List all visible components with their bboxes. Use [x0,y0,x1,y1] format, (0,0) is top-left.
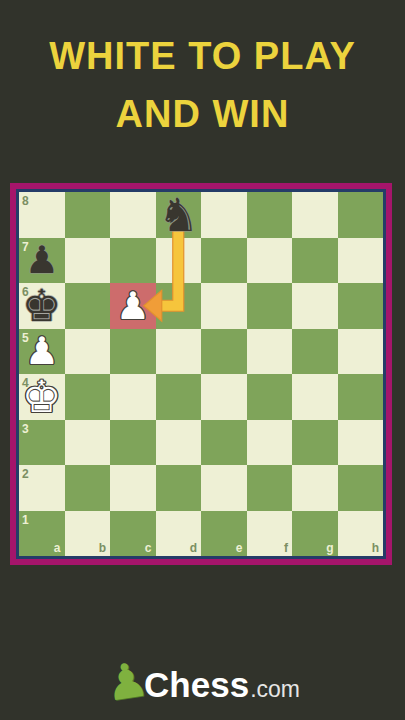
piece-white-king[interactable]: ♚ [22,375,61,419]
square-f8[interactable] [247,192,293,238]
square-e6[interactable] [201,283,247,329]
file-label-c: c [145,542,152,554]
file-label-b: b [99,542,106,554]
square-d6[interactable] [156,283,202,329]
piece-black-king[interactable]: ♚ [22,284,61,328]
piece-black-knight[interactable]: ♞ [158,192,199,238]
chess-board-frame: 8♞7♟6♚♟5♟4♚321abcdefgh [10,183,392,565]
brand-suffix: .com [250,678,300,702]
square-a7[interactable]: 7♟ [19,238,65,284]
square-c3[interactable] [110,420,156,466]
square-a6[interactable]: 6♚ [19,283,65,329]
square-g1[interactable]: g [292,511,338,557]
square-h6[interactable] [338,283,384,329]
square-f2[interactable] [247,465,293,511]
square-h4[interactable] [338,374,384,420]
square-c2[interactable] [110,465,156,511]
square-f5[interactable] [247,329,293,375]
square-f6[interactable] [247,283,293,329]
square-e8[interactable] [201,192,247,238]
rank-label-1: 1 [22,514,29,526]
square-f3[interactable] [247,420,293,466]
square-e4[interactable] [201,374,247,420]
piece-white-pawn[interactable]: ♟ [116,287,150,325]
square-f7[interactable] [247,238,293,284]
square-d1[interactable]: d [156,511,202,557]
board-squares: 8♞7♟6♚♟5♟4♚321abcdefgh [19,192,383,556]
square-e7[interactable] [201,238,247,284]
file-label-f: f [284,542,288,554]
square-e3[interactable] [201,420,247,466]
square-c6[interactable]: ♟ [110,283,156,329]
square-d2[interactable] [156,465,202,511]
square-a8[interactable]: 8 [19,192,65,238]
pawn-icon: ♟ [102,654,152,708]
square-g4[interactable] [292,374,338,420]
file-label-h: h [372,542,379,554]
file-label-e: e [236,542,243,554]
square-g3[interactable] [292,420,338,466]
rank-label-8: 8 [22,195,29,207]
chesscom-logo: ♟ Chess .com [0,646,405,702]
square-c4[interactable] [110,374,156,420]
puzzle-title: WHITE TO PLAY AND WIN [0,27,405,143]
square-f4[interactable] [247,374,293,420]
square-c8[interactable] [110,192,156,238]
square-a3[interactable]: 3 [19,420,65,466]
square-g8[interactable] [292,192,338,238]
piece-white-pawn[interactable]: ♟ [25,332,59,370]
square-g7[interactable] [292,238,338,284]
square-e2[interactable] [201,465,247,511]
square-b2[interactable] [65,465,111,511]
square-d8[interactable]: ♞ [156,192,202,238]
puzzle-title-line1: WHITE TO PLAY [0,27,405,85]
square-c5[interactable] [110,329,156,375]
square-a5[interactable]: 5♟ [19,329,65,375]
square-g6[interactable] [292,283,338,329]
square-b6[interactable] [65,283,111,329]
square-d3[interactable] [156,420,202,466]
square-b1[interactable]: b [65,511,111,557]
square-b3[interactable] [65,420,111,466]
rank-label-3: 3 [22,423,29,435]
square-h8[interactable] [338,192,384,238]
square-a1[interactable]: 1a [19,511,65,557]
square-b4[interactable] [65,374,111,420]
square-h1[interactable]: h [338,511,384,557]
chess-board: 8♞7♟6♚♟5♟4♚321abcdefgh [16,189,386,559]
square-h3[interactable] [338,420,384,466]
square-g5[interactable] [292,329,338,375]
square-h7[interactable] [338,238,384,284]
square-h2[interactable] [338,465,384,511]
square-a2[interactable]: 2 [19,465,65,511]
square-a4[interactable]: 4♚ [19,374,65,420]
square-c1[interactable]: c [110,511,156,557]
file-label-d: d [190,542,197,554]
brand-text: Chess [144,667,249,702]
square-b8[interactable] [65,192,111,238]
square-g2[interactable] [292,465,338,511]
square-e1[interactable]: e [201,511,247,557]
puzzle-title-line2: AND WIN [0,85,405,143]
square-f1[interactable]: f [247,511,293,557]
square-c7[interactable] [110,238,156,284]
square-e5[interactable] [201,329,247,375]
square-d4[interactable] [156,374,202,420]
square-d7[interactable] [156,238,202,284]
file-label-g: g [326,542,333,554]
rank-label-2: 2 [22,468,29,480]
square-b5[interactable] [65,329,111,375]
square-b7[interactable] [65,238,111,284]
square-h5[interactable] [338,329,384,375]
square-d5[interactable] [156,329,202,375]
piece-black-pawn[interactable]: ♟ [25,241,59,279]
file-label-a: a [54,542,61,554]
